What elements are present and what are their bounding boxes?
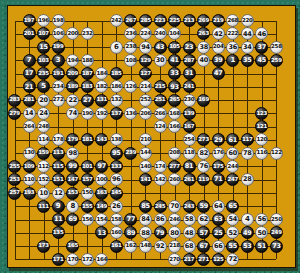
stone-white-138: 138 (110, 133, 123, 146)
stone-black-113: 113 (52, 147, 65, 160)
stone-black-139: 139 (183, 107, 196, 120)
stone-white-64: 64 (212, 200, 225, 213)
stone-black-11: 11 (52, 213, 65, 226)
move-number: 232 (82, 31, 93, 37)
stone-white-198: 198 (52, 14, 65, 27)
stone-black-79: 79 (154, 226, 167, 239)
stone-white-88: 88 (139, 226, 152, 239)
move-number: 213 (184, 18, 195, 24)
stone-white-6: 6 (110, 41, 123, 54)
stone-black-23: 23 (183, 41, 196, 54)
move-number: 251 (155, 98, 166, 104)
stone-white-28: 28 (241, 173, 254, 186)
move-number: 201 (24, 31, 35, 37)
move-number: 114 (38, 137, 49, 143)
stone-white-76: 76 (197, 160, 210, 173)
move-number: 31 (185, 71, 193, 78)
move-number: 120 (257, 137, 268, 143)
stone-black-151: 151 (52, 173, 65, 186)
stone-black-67: 67 (197, 240, 210, 253)
move-number: 74 (68, 110, 76, 117)
move-number: 23 (185, 44, 193, 51)
move-number: 140 (140, 164, 151, 170)
stone-black-257: 257 (8, 187, 21, 200)
stone-black-73: 73 (270, 240, 283, 253)
move-number: 43 (156, 44, 164, 51)
stone-black-189: 189 (66, 80, 79, 93)
move-number: 174 (155, 164, 166, 170)
move-number: 181 (82, 137, 93, 143)
stone-white-254: 254 (183, 133, 196, 146)
stone-black-153: 153 (66, 187, 79, 200)
stone-white-124: 124 (154, 120, 167, 133)
stone-white-26: 26 (110, 200, 123, 213)
move-number: 163 (97, 190, 108, 196)
move-number: 49 (243, 230, 251, 237)
move-number: 109 (24, 164, 35, 170)
move-number: 267 (126, 18, 137, 24)
move-number: 173 (38, 244, 49, 250)
move-number: 133 (111, 164, 122, 170)
stone-white-108: 108 (124, 54, 137, 67)
move-number: 44 (243, 31, 251, 38)
stone-black-253: 253 (8, 173, 21, 186)
move-number: 45 (258, 57, 266, 64)
move-number: 185 (111, 71, 122, 77)
stone-white-46: 46 (255, 27, 268, 40)
move-number: 165 (67, 244, 78, 250)
stone-black-175: 175 (212, 160, 225, 173)
move-number: 94 (141, 44, 149, 51)
move-number: 116 (257, 151, 268, 157)
stone-black-117: 117 (241, 133, 254, 146)
move-number: 158 (111, 217, 122, 223)
move-number: 129 (140, 58, 151, 64)
stone-white-238: 238 (124, 41, 137, 54)
stone-white-36: 36 (226, 41, 239, 54)
stone-white-230: 230 (183, 94, 196, 107)
move-number: 108 (126, 58, 137, 64)
stone-black-149: 149 (95, 200, 108, 213)
move-number: 215 (155, 84, 166, 90)
stone-white-120: 120 (255, 133, 268, 146)
move-number: 196 (38, 18, 49, 24)
stone-black-161: 161 (110, 240, 123, 253)
move-number: 78 (243, 150, 251, 157)
move-number: 151 (53, 177, 64, 183)
stone-black-45: 45 (255, 54, 268, 67)
move-number: 3 (56, 57, 61, 64)
move-number: 117 (242, 137, 253, 143)
stone-white-246: 246 (168, 213, 181, 226)
move-number: 73 (272, 243, 280, 250)
move-number: 197 (24, 18, 35, 24)
stone-black-121: 121 (255, 120, 268, 133)
move-number: 187 (82, 71, 93, 77)
stone-black-95: 95 (110, 147, 123, 160)
move-number: 93 (170, 84, 178, 91)
move-number: 82 (199, 150, 207, 157)
move-number: 279 (9, 111, 20, 117)
stone-black-13: 13 (95, 226, 108, 239)
stone-white-62: 62 (197, 213, 210, 226)
move-number: 198 (53, 18, 64, 24)
stone-white-132: 132 (110, 94, 123, 107)
move-number: 258 (271, 44, 282, 50)
stone-white-264: 264 (23, 120, 36, 133)
stone-black-167: 167 (183, 120, 196, 133)
stone-white-184: 184 (95, 67, 108, 80)
move-number: 220 (242, 18, 253, 24)
stone-black-159: 159 (37, 147, 50, 160)
move-number: 84 (141, 216, 149, 223)
stone-black-25: 25 (212, 226, 225, 239)
stone-white-56: 56 (255, 213, 268, 226)
move-number: 268 (227, 18, 238, 24)
move-number: 41 (170, 57, 178, 64)
stone-white-42: 42 (212, 27, 225, 40)
move-number: 97 (98, 163, 106, 170)
stone-black-251: 251 (154, 94, 167, 107)
stone-white-170: 170 (66, 253, 79, 266)
move-number: 172 (82, 257, 93, 263)
stone-white-258: 258 (270, 41, 283, 54)
stone-black-141: 141 (139, 173, 152, 186)
move-number: 144 (140, 151, 151, 157)
move-number: 155 (82, 204, 93, 210)
stone-white-50: 50 (255, 226, 268, 239)
move-number: 269 (198, 18, 209, 24)
stone-white-34: 34 (241, 41, 254, 54)
move-number: 101 (82, 164, 93, 170)
move-number: 139 (184, 111, 195, 117)
move-number: 55 (229, 243, 237, 250)
move-number: 265 (169, 98, 180, 104)
stone-white-38: 38 (197, 41, 210, 54)
move-number: 281 (24, 98, 35, 104)
move-number: 104 (169, 31, 180, 37)
move-number: 249 (271, 230, 282, 236)
move-number: 234 (53, 84, 64, 90)
stone-white-252: 252 (139, 94, 152, 107)
stone-white-104: 104 (168, 27, 181, 40)
move-number: 209 (67, 71, 78, 77)
move-number: 135 (53, 230, 64, 236)
stone-black-9: 9 (52, 200, 65, 213)
move-number: 277 (169, 164, 180, 170)
stone-white-30: 30 (154, 54, 167, 67)
stone-white-232: 232 (81, 27, 94, 40)
move-number: 270 (169, 257, 180, 263)
move-number: 76 (199, 163, 207, 170)
stone-black-137: 137 (110, 107, 123, 120)
move-number: 219 (213, 18, 224, 24)
stone-black-191: 191 (52, 67, 65, 80)
move-number: 235 (38, 71, 49, 77)
move-number: 52 (229, 230, 237, 237)
stone-white-60: 60 (226, 147, 239, 160)
stone-white-24: 24 (37, 107, 50, 120)
move-number: 273 (198, 137, 209, 143)
move-number: 8 (70, 203, 75, 210)
move-number: 34 (243, 44, 251, 51)
stone-black-37: 37 (255, 41, 268, 54)
move-number: 138 (111, 137, 122, 143)
move-number: 27 (83, 97, 91, 104)
stone-white-182: 182 (95, 80, 108, 93)
move-number: 21 (25, 84, 33, 91)
move-number: 17 (25, 71, 33, 78)
move-number: 25 (214, 230, 222, 237)
move-number: 118 (184, 151, 195, 157)
stone-white-206: 206 (139, 107, 152, 120)
stone-black-171: 171 (52, 253, 65, 266)
move-number: 111 (38, 204, 49, 210)
stone-white-106: 106 (52, 27, 65, 40)
move-number: 99 (68, 163, 76, 170)
stone-white-240: 240 (154, 27, 167, 40)
stone-white-78: 78 (241, 147, 254, 160)
stone-white-14: 14 (23, 107, 36, 120)
stone-white-136: 136 (124, 107, 137, 120)
move-number: 20 (39, 97, 47, 104)
move-number: 245 (155, 204, 166, 210)
stone-black-165: 165 (66, 240, 79, 253)
move-number: 157 (82, 177, 93, 183)
stone-black-255: 255 (8, 160, 21, 173)
move-number: 179 (67, 137, 78, 143)
move-number: 112 (38, 164, 49, 170)
stone-white-158: 158 (110, 213, 123, 226)
stone-black-47: 47 (212, 67, 225, 80)
stone-black-267: 267 (124, 14, 137, 27)
stone-white-126: 126 (124, 80, 137, 93)
stone-white-220: 220 (241, 14, 254, 27)
stone-black-127: 127 (139, 67, 152, 80)
move-number: 287 (184, 58, 195, 64)
stone-white-54: 54 (226, 213, 239, 226)
move-number: 186 (111, 84, 122, 90)
stone-white-244: 244 (226, 160, 239, 173)
move-number: 67 (199, 243, 207, 250)
move-number: 194 (67, 58, 78, 64)
stone-white-234: 234 (52, 80, 65, 93)
move-number: 184 (97, 71, 108, 77)
stone-black-241: 241 (183, 80, 196, 93)
move-number: 57 (199, 230, 207, 237)
move-number: 238 (126, 44, 137, 50)
stone-black-119: 119 (197, 173, 210, 186)
stone-white-242: 242 (110, 14, 123, 27)
move-number: 171 (53, 257, 64, 263)
move-number: 110 (24, 177, 35, 183)
move-number: 156 (82, 217, 93, 223)
move-number: 100 (97, 177, 108, 183)
go-app-background: 1971961982422672852232252132692192682202… (0, 0, 300, 273)
move-number: 182 (97, 84, 108, 90)
move-number: 243 (184, 204, 195, 210)
move-number: 168 (169, 111, 180, 117)
move-number: 199 (53, 44, 64, 50)
move-number: 241 (184, 84, 195, 90)
stone-white-140: 140 (139, 160, 152, 173)
move-number: 72 (229, 256, 237, 263)
stone-black-59: 59 (197, 200, 210, 213)
stone-white-208: 208 (168, 147, 181, 160)
move-number: 192 (97, 111, 108, 117)
stone-black-101: 101 (81, 160, 94, 173)
move-number: 35 (243, 57, 251, 64)
stone-black-3: 3 (52, 54, 65, 67)
move-number: 189 (67, 84, 78, 90)
stone-black-285: 285 (139, 14, 152, 27)
stone-white-166: 166 (168, 120, 181, 133)
stone-white-98: 98 (66, 147, 79, 160)
stone-black-133: 133 (110, 160, 123, 173)
move-number: 150 (82, 190, 93, 196)
move-number: 46 (258, 31, 266, 38)
stone-white-152: 152 (37, 173, 50, 186)
stone-white-86: 86 (154, 213, 167, 226)
move-number: 66 (214, 243, 222, 250)
move-number: 167 (184, 124, 195, 130)
stone-black-123: 123 (255, 107, 268, 120)
move-number: 98 (68, 150, 76, 157)
stone-white-142: 142 (154, 173, 167, 186)
move-number: 132 (111, 98, 122, 104)
stone-black-29: 29 (212, 133, 225, 146)
stone-white-186: 186 (110, 80, 123, 93)
stone-black-277: 277 (168, 160, 181, 173)
move-number: 166 (169, 124, 180, 130)
stone-black-157: 157 (81, 173, 94, 186)
stone-white-72: 72 (226, 253, 239, 266)
stone-white-96: 96 (110, 173, 123, 186)
move-number: 62 (199, 216, 207, 223)
move-number: 271 (198, 257, 209, 263)
move-number: 170 (67, 257, 78, 263)
stone-black-15: 15 (37, 41, 50, 54)
move-number: 89 (127, 230, 135, 237)
move-number: 259 (271, 58, 282, 64)
move-number: 122 (271, 151, 282, 157)
move-number: 239 (126, 151, 137, 157)
move-number: 191 (53, 71, 64, 77)
stone-white-48: 48 (183, 226, 196, 239)
stone-white-12: 12 (52, 187, 65, 200)
move-number: 4 (245, 216, 250, 223)
move-number: 252 (140, 98, 151, 104)
stone-black-259: 259 (270, 54, 283, 67)
move-number: 12 (54, 190, 62, 197)
move-number: 178 (53, 137, 64, 143)
stone-black-39: 39 (212, 54, 225, 67)
move-number: 121 (257, 124, 268, 130)
move-number: 266 (155, 111, 166, 117)
stone-black-89: 89 (124, 226, 137, 239)
move-number: 68 (185, 243, 193, 250)
stone-white-44: 44 (241, 27, 254, 40)
stone-black-219: 219 (212, 14, 225, 27)
move-number: 70 (170, 203, 178, 210)
move-number: 51 (258, 243, 266, 250)
move-number: 80 (170, 230, 178, 237)
move-number: 285 (140, 18, 151, 24)
stone-black-187: 187 (81, 67, 94, 80)
stone-white-114: 114 (37, 133, 50, 146)
stone-black-215: 215 (154, 80, 167, 93)
stone-black-245: 245 (154, 200, 167, 213)
move-number: 115 (53, 164, 64, 170)
move-number: 69 (68, 216, 76, 223)
move-number: 152 (38, 177, 49, 183)
stone-white-148: 148 (139, 240, 152, 253)
stone-white-80: 80 (168, 226, 181, 239)
move-number: 9 (56, 203, 61, 210)
stone-black-61: 61 (226, 133, 239, 146)
stone-white-168: 168 (168, 107, 181, 120)
stone-white-218: 218 (168, 240, 181, 253)
move-number: 208 (169, 151, 180, 157)
stone-white-92: 92 (154, 240, 167, 253)
move-number: 230 (184, 98, 195, 104)
move-number: 141 (140, 177, 151, 183)
move-number: 56 (258, 216, 266, 223)
move-number: 10 (39, 190, 47, 197)
move-number: 217 (184, 257, 195, 263)
stone-black-57: 57 (197, 226, 210, 239)
stone-white-70: 70 (168, 200, 181, 213)
stone-black-287: 287 (183, 54, 196, 67)
move-number: 127 (140, 71, 151, 77)
move-number: 71 (214, 177, 222, 184)
stone-black-97: 97 (95, 160, 108, 173)
stone-black-283: 283 (8, 94, 21, 107)
move-number: 64 (214, 203, 222, 210)
stone-white-118: 118 (183, 147, 196, 160)
stone-black-99: 99 (66, 160, 79, 173)
move-number: 176 (213, 151, 224, 157)
go-board[interactable]: 1971961982422672852232252132692192682202… (7, 5, 296, 268)
stone-black-43: 43 (154, 41, 167, 54)
stone-black-77: 77 (124, 213, 137, 226)
stone-white-74: 74 (66, 107, 79, 120)
move-number: 148 (140, 244, 151, 250)
stone-white-196: 196 (37, 14, 50, 27)
move-number: 130 (24, 151, 35, 157)
move-number: 188 (82, 58, 93, 64)
move-number: 79 (156, 230, 164, 237)
stone-white-188: 188 (81, 54, 94, 67)
stone-white-268: 268 (226, 14, 239, 27)
move-number: 13 (98, 230, 106, 237)
move-number: 105 (169, 44, 180, 50)
stone-black-249: 249 (270, 226, 283, 239)
stone-black-21: 21 (23, 80, 36, 93)
move-number: 131 (97, 98, 108, 104)
move-number: 222 (227, 31, 238, 37)
move-number: 40 (199, 57, 207, 64)
stone-white-116: 116 (255, 147, 268, 160)
stone-white-122: 122 (270, 147, 283, 160)
stone-white-82: 82 (197, 147, 210, 160)
stone-black-243: 243 (183, 200, 196, 213)
move-number: 107 (38, 31, 49, 37)
stone-white-58: 58 (183, 213, 196, 226)
move-number: 63 (214, 216, 222, 223)
stone-black-31: 31 (183, 67, 196, 80)
stone-white-130: 130 (23, 147, 36, 160)
